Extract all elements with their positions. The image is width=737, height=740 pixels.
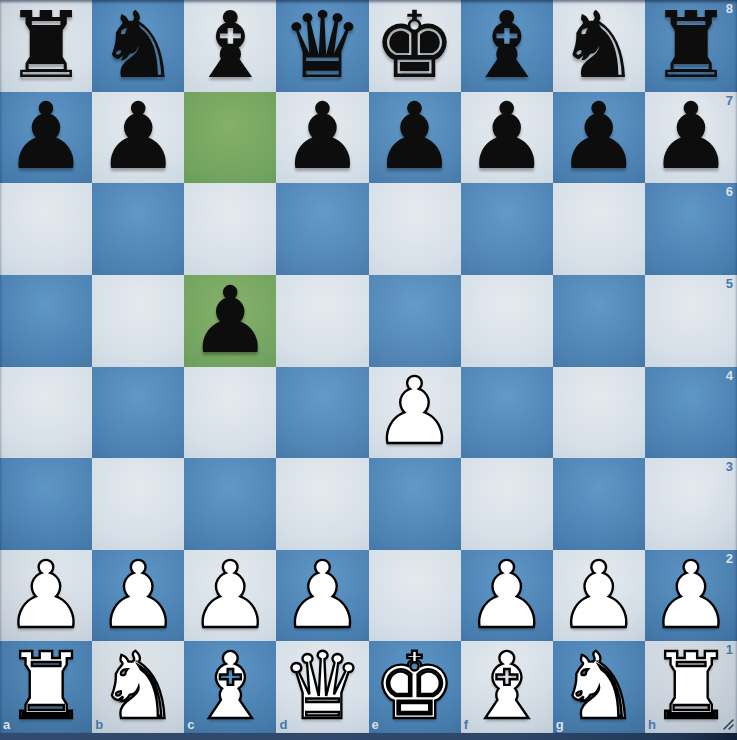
square-a6[interactable] [0, 183, 92, 275]
square-h4[interactable]: 4 [645, 367, 737, 459]
black-pawn-g7[interactable]: ♟ [553, 92, 645, 184]
square-b5[interactable] [92, 275, 184, 367]
square-d8[interactable]: ♛ [276, 0, 368, 92]
square-e2[interactable] [369, 550, 461, 642]
white-knight-b1[interactable]: ♞ [92, 641, 184, 733]
square-h1[interactable]: h1♜ [645, 641, 737, 733]
square-b6[interactable] [92, 183, 184, 275]
square-g7[interactable]: ♟ [553, 92, 645, 184]
square-h5[interactable]: 5 [645, 275, 737, 367]
square-h6[interactable]: 6 [645, 183, 737, 275]
square-f3[interactable] [461, 458, 553, 550]
square-a5[interactable] [0, 275, 92, 367]
square-e8[interactable]: ♚ [369, 0, 461, 92]
square-b3[interactable] [92, 458, 184, 550]
square-h7[interactable]: 7♟ [645, 92, 737, 184]
square-c3[interactable] [184, 458, 276, 550]
square-h8[interactable]: 8♜ [645, 0, 737, 92]
square-g6[interactable] [553, 183, 645, 275]
chess-board: ♜♞♝♛♚♝♞8♜♟♟♟♟♟♟7♟6♟5♟43♟♟♟♟♟♟2♟a♜b♞c♝d♛e… [0, 0, 737, 733]
square-f6[interactable] [461, 183, 553, 275]
square-d5[interactable] [276, 275, 368, 367]
square-d2[interactable]: ♟ [276, 550, 368, 642]
square-g3[interactable] [553, 458, 645, 550]
white-pawn-c2[interactable]: ♟ [184, 550, 276, 642]
square-a2[interactable]: ♟ [0, 550, 92, 642]
white-pawn-e4[interactable]: ♟ [369, 367, 461, 459]
square-a4[interactable] [0, 367, 92, 459]
black-pawn-c5[interactable]: ♟ [184, 275, 276, 367]
white-pawn-f2[interactable]: ♟ [461, 550, 553, 642]
square-g2[interactable]: ♟ [553, 550, 645, 642]
white-pawn-d2[interactable]: ♟ [276, 550, 368, 642]
square-c2[interactable]: ♟ [184, 550, 276, 642]
white-pawn-h2[interactable]: ♟ [645, 550, 737, 642]
square-f2[interactable]: ♟ [461, 550, 553, 642]
square-f7[interactable]: ♟ [461, 92, 553, 184]
square-d4[interactable] [276, 367, 368, 459]
square-b7[interactable]: ♟ [92, 92, 184, 184]
rank-label-3: 3 [726, 459, 733, 474]
white-knight-g1[interactable]: ♞ [553, 641, 645, 733]
square-d6[interactable] [276, 183, 368, 275]
black-knight-g8[interactable]: ♞ [553, 0, 645, 92]
square-h3[interactable]: 3 [645, 458, 737, 550]
rank-label-4: 4 [726, 368, 733, 383]
square-f4[interactable] [461, 367, 553, 459]
black-king-e8[interactable]: ♚ [369, 0, 461, 92]
square-g8[interactable]: ♞ [553, 0, 645, 92]
square-c5[interactable]: ♟ [184, 275, 276, 367]
black-pawn-h7[interactable]: ♟ [645, 92, 737, 184]
board-resize-handle-icon[interactable] [721, 717, 735, 731]
black-pawn-a7[interactable]: ♟ [0, 92, 92, 184]
square-f5[interactable] [461, 275, 553, 367]
square-g5[interactable] [553, 275, 645, 367]
black-pawn-d7[interactable]: ♟ [276, 92, 368, 184]
white-king-e1[interactable]: ♚ [369, 641, 461, 733]
square-a3[interactable] [0, 458, 92, 550]
black-bishop-f8[interactable]: ♝ [461, 0, 553, 92]
square-d7[interactable]: ♟ [276, 92, 368, 184]
square-b1[interactable]: b♞ [92, 641, 184, 733]
black-queen-d8[interactable]: ♛ [276, 0, 368, 92]
square-f1[interactable]: f♝ [461, 641, 553, 733]
square-e6[interactable] [369, 183, 461, 275]
black-rook-h8[interactable]: ♜ [645, 0, 737, 92]
rank-label-5: 5 [726, 276, 733, 291]
square-a1[interactable]: a♜ [0, 641, 92, 733]
square-g4[interactable] [553, 367, 645, 459]
square-c4[interactable] [184, 367, 276, 459]
square-c1[interactable]: c♝ [184, 641, 276, 733]
square-b4[interactable] [92, 367, 184, 459]
square-a7[interactable]: ♟ [0, 92, 92, 184]
square-a8[interactable]: ♜ [0, 0, 92, 92]
square-h2[interactable]: 2♟ [645, 550, 737, 642]
square-f8[interactable]: ♝ [461, 0, 553, 92]
black-knight-b8[interactable]: ♞ [92, 0, 184, 92]
white-pawn-b2[interactable]: ♟ [92, 550, 184, 642]
square-e1[interactable]: e♚ [369, 641, 461, 733]
white-queen-d1[interactable]: ♛ [276, 641, 368, 733]
square-c7[interactable] [184, 92, 276, 184]
square-g1[interactable]: g♞ [553, 641, 645, 733]
black-rook-a8[interactable]: ♜ [0, 0, 92, 92]
white-pawn-g2[interactable]: ♟ [553, 550, 645, 642]
square-c8[interactable]: ♝ [184, 0, 276, 92]
square-b8[interactable]: ♞ [92, 0, 184, 92]
white-bishop-c1[interactable]: ♝ [184, 641, 276, 733]
square-e5[interactable] [369, 275, 461, 367]
square-c6[interactable] [184, 183, 276, 275]
white-bishop-f1[interactable]: ♝ [461, 641, 553, 733]
square-d3[interactable] [276, 458, 368, 550]
black-bishop-c8[interactable]: ♝ [184, 0, 276, 92]
square-d1[interactable]: d♛ [276, 641, 368, 733]
square-e3[interactable] [369, 458, 461, 550]
white-rook-a1[interactable]: ♜ [0, 641, 92, 733]
black-pawn-b7[interactable]: ♟ [92, 92, 184, 184]
square-b2[interactable]: ♟ [92, 550, 184, 642]
black-pawn-f7[interactable]: ♟ [461, 92, 553, 184]
chess-board-container: ♜♞♝♛♚♝♞8♜♟♟♟♟♟♟7♟6♟5♟43♟♟♟♟♟♟2♟a♜b♞c♝d♛e… [0, 0, 737, 740]
square-e7[interactable]: ♟ [369, 92, 461, 184]
white-pawn-a2[interactable]: ♟ [0, 550, 92, 642]
square-e4[interactable]: ♟ [369, 367, 461, 459]
black-pawn-e7[interactable]: ♟ [369, 92, 461, 184]
